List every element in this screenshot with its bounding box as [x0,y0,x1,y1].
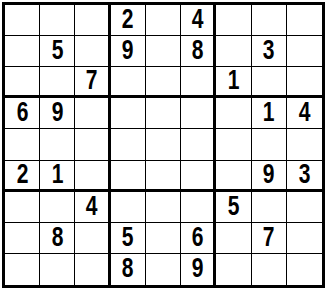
given-digit: 4 [299,99,311,127]
cell-r2c9[interactable] [287,36,322,67]
cell-r3c4[interactable] [111,67,146,98]
given-digit: 5 [51,37,63,65]
cell-r7c3: 4 [75,192,110,223]
cell-r9c6: 9 [181,254,216,285]
cell-r2c3[interactable] [75,36,110,67]
cell-r3c9[interactable] [287,67,322,98]
given-digit: 8 [122,255,134,283]
cell-r8c1[interactable] [5,223,40,254]
cell-r9c3[interactable] [75,254,110,285]
given-digit: 8 [191,37,203,65]
cell-r6c6[interactable] [181,161,216,192]
cell-r7c5[interactable] [146,192,181,223]
cell-r5c4[interactable] [111,129,146,160]
cell-r4c2: 9 [40,98,75,129]
cell-r2c2: 5 [40,36,75,67]
given-digit: 9 [263,161,275,189]
cell-r8c6: 6 [181,223,216,254]
cell-r9c1[interactable] [5,254,40,285]
cell-r7c4[interactable] [111,192,146,223]
cell-r2c7[interactable] [216,36,251,67]
cell-r8c4: 5 [111,223,146,254]
cell-r6c8: 9 [252,161,287,192]
given-digit: 5 [228,193,240,221]
given-digit: 2 [122,6,134,34]
cell-r1c9[interactable] [287,5,322,36]
cell-r6c2: 1 [40,161,75,192]
cell-r6c9: 3 [287,161,322,192]
cell-r1c2[interactable] [40,5,75,36]
cell-r7c1[interactable] [5,192,40,223]
cell-r3c3: 7 [75,67,110,98]
cell-r5c8[interactable] [252,129,287,160]
cell-r6c3[interactable] [75,161,110,192]
given-digit: 1 [51,161,63,189]
cell-r3c8[interactable] [252,67,287,98]
cell-r8c9[interactable] [287,223,322,254]
given-digit: 6 [16,99,28,127]
given-digit: 3 [263,37,275,65]
cell-r8c2: 8 [40,223,75,254]
cell-r7c6[interactable] [181,192,216,223]
cell-r8c5[interactable] [146,223,181,254]
cell-r3c2[interactable] [40,67,75,98]
cell-r9c2[interactable] [40,254,75,285]
given-digit: 5 [122,224,134,252]
cell-r3c5[interactable] [146,67,181,98]
cell-r6c5[interactable] [146,161,181,192]
cell-r5c6[interactable] [181,129,216,160]
cell-r9c5[interactable] [146,254,181,285]
sudoku-board: 245983716914219345856789 [2,2,325,288]
cell-r4c8: 1 [252,98,287,129]
cell-r7c8[interactable] [252,192,287,223]
cell-r7c7: 5 [216,192,251,223]
cell-r9c7[interactable] [216,254,251,285]
cell-r5c2[interactable] [40,129,75,160]
cell-r1c8[interactable] [252,5,287,36]
cell-r3c1[interactable] [5,67,40,98]
cell-r2c6: 8 [181,36,216,67]
cell-r6c7[interactable] [216,161,251,192]
given-digit: 2 [16,161,28,189]
cell-r2c1[interactable] [5,36,40,67]
cell-r4c5[interactable] [146,98,181,129]
cell-r1c7[interactable] [216,5,251,36]
given-digit: 1 [263,99,275,127]
given-digit: 9 [191,255,203,283]
cell-r8c8: 7 [252,223,287,254]
cell-r1c6: 4 [181,5,216,36]
cell-r2c5[interactable] [146,36,181,67]
cell-r8c3[interactable] [75,223,110,254]
cell-r7c2[interactable] [40,192,75,223]
cell-r9c9[interactable] [287,254,322,285]
cell-r4c3[interactable] [75,98,110,129]
given-digit: 4 [191,6,203,34]
given-digit: 7 [263,224,275,252]
cell-r4c7[interactable] [216,98,251,129]
cell-r1c4: 2 [111,5,146,36]
cell-r5c3[interactable] [75,129,110,160]
cell-r1c1[interactable] [5,5,40,36]
sudoku-page: 245983716914219345856789 [0,0,329,292]
cell-r5c9[interactable] [287,129,322,160]
cell-r6c1: 2 [5,161,40,192]
cell-r4c9: 4 [287,98,322,129]
given-digit: 4 [86,193,98,221]
cell-r9c4: 8 [111,254,146,285]
given-digit: 9 [122,37,134,65]
cell-r2c8: 3 [252,36,287,67]
cell-r5c1[interactable] [5,129,40,160]
given-digit: 8 [51,224,63,252]
cell-r8c7[interactable] [216,223,251,254]
cell-r3c6[interactable] [181,67,216,98]
given-digit: 7 [86,67,98,95]
cell-r5c5[interactable] [146,129,181,160]
cell-r9c8[interactable] [252,254,287,285]
cell-r4c4[interactable] [111,98,146,129]
cell-r6c4[interactable] [111,161,146,192]
given-digit: 6 [191,224,203,252]
given-digit: 9 [51,99,63,127]
cell-r3c7: 1 [216,67,251,98]
cell-r4c1: 6 [5,98,40,129]
cell-r2c4: 9 [111,36,146,67]
given-digit: 1 [228,67,240,95]
cell-r5c7[interactable] [216,129,251,160]
cell-r7c9[interactable] [287,192,322,223]
cell-r1c3[interactable] [75,5,110,36]
cell-r1c5[interactable] [146,5,181,36]
given-digit: 3 [299,161,311,189]
cell-r4c6[interactable] [181,98,216,129]
